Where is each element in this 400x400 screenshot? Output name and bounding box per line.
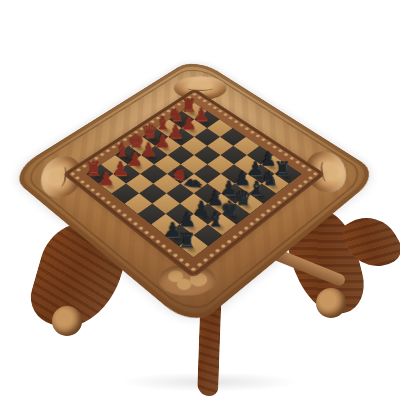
- product-photo-stage: ♜♞♝♛♚♝♜♟♟♟♟♟♟♟♟♞♞♟♟♟♟♟♟♟♟♜♞♝♛♚♝♜: [0, 0, 400, 400]
- red-pawn-glyph: ♟: [96, 169, 115, 188]
- carved-table-top: ♜♞♝♛♚♝♜♟♟♟♟♟♟♟♟♞♞♟♟♟♟♟♟♟♟♜♞♝♛♚♝♜: [7, 57, 380, 329]
- black-bishop-glyph: ♝: [206, 209, 226, 229]
- scene-3d: ♜♞♝♛♚♝♜♟♟♟♟♟♟♟♟♞♞♟♟♟♟♟♟♟♟♜♞♝♛♚♝♜: [0, 0, 400, 400]
- black-rook-glyph: ♜: [177, 231, 198, 252]
